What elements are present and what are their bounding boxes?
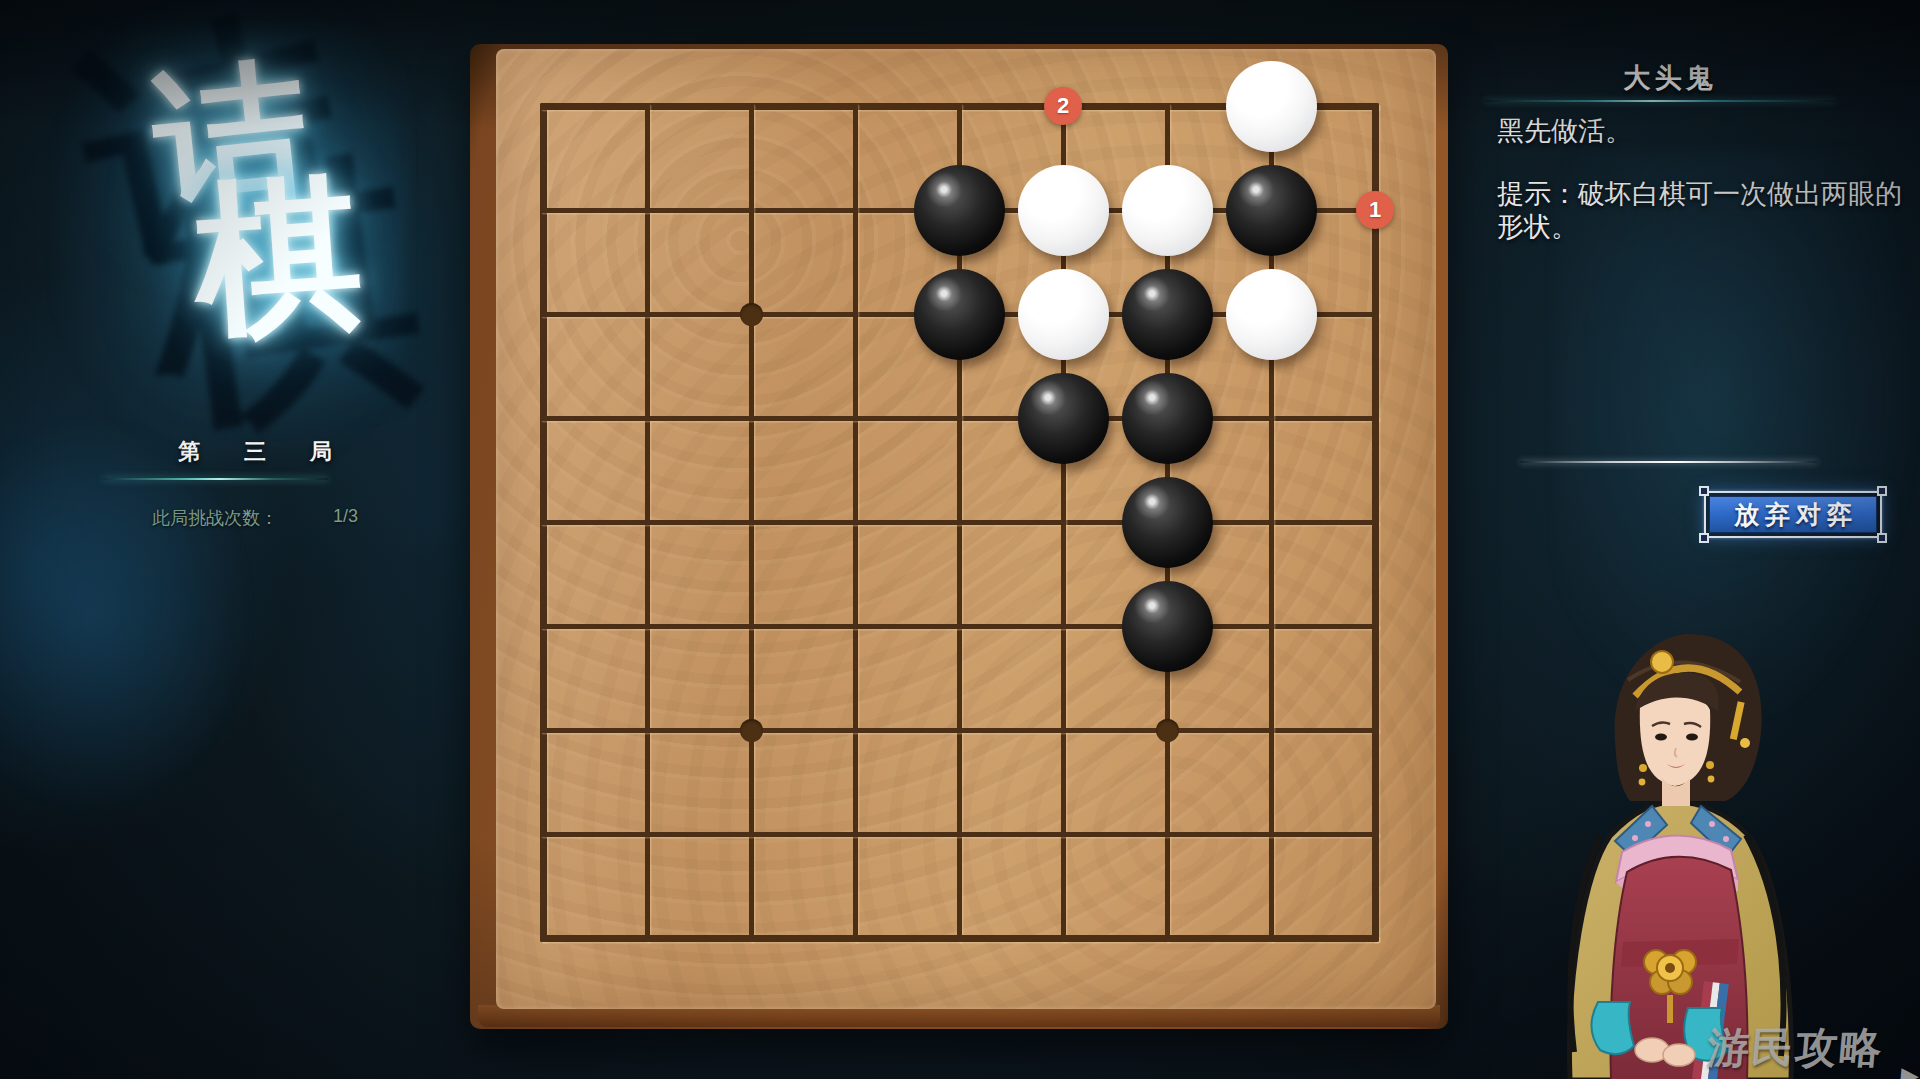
- button-divider: [1520, 461, 1817, 463]
- button-corner-ornament: [1877, 486, 1887, 496]
- emblem-shadow-char: 棋: [133, 141, 436, 444]
- npc-earring: [1639, 764, 1647, 772]
- attempts-row: 此局挑战次数： 1/3: [152, 506, 358, 530]
- npc-earring: [1706, 761, 1714, 769]
- watermark-text: 游民攻略组: [1700, 1020, 1899, 1079]
- button-corner-ornament: [1699, 486, 1709, 496]
- round-divider: [103, 478, 328, 480]
- emblem-shadow-char: 诘: [63, 0, 365, 295]
- resign-button-face: 放弃对弈: [1709, 496, 1877, 533]
- resign-button[interactable]: 放弃对弈: [1704, 491, 1882, 538]
- emblem-glow-char: 诘: [147, 52, 314, 219]
- puzzle-objective: 黑先做活。: [1497, 113, 1632, 149]
- go-board-surface[interactable]: [496, 49, 1436, 1009]
- tsumego-emblem: 诘 棋 诘 棋: [0, 0, 470, 500]
- attempts-value: 1/3: [333, 506, 358, 530]
- puzzle-hint-line2: 形状。: [1497, 212, 1578, 242]
- teal-smoke-decor: [55, 30, 405, 460]
- go-board[interactable]: [470, 44, 1448, 1029]
- npc-portrait: [1540, 610, 1920, 1079]
- puzzle-hint: 提示：破坏白棋可一次做出两眼的 形状。: [1497, 178, 1907, 244]
- puzzle-hint-line1: 提示：破坏白棋可一次做出两眼的: [1497, 179, 1902, 209]
- button-corner-ornament: [1699, 533, 1709, 543]
- round-title: 第 三 局: [105, 437, 405, 467]
- tsumego-screen: 诘 棋 诘 棋 第 三 局 此局挑战次数： 1/3 21 大头鬼 黑先做活。 提…: [0, 0, 1920, 1079]
- attempts-label: 此局挑战次数：: [152, 506, 278, 530]
- watermark: 游民攻略组 ▶: [1700, 1020, 1920, 1079]
- resign-button-label: 放弃对弈: [1728, 498, 1858, 531]
- puzzle-title: 大头鬼: [1570, 60, 1770, 96]
- button-corner-ornament: [1877, 533, 1887, 543]
- play-arrow-icon: ▶: [1900, 1065, 1920, 1079]
- emblem-glow-char: 棋: [189, 167, 366, 344]
- title-divider: [1485, 100, 1835, 102]
